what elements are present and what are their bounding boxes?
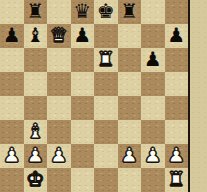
square-b8[interactable]: ♜ bbox=[24, 0, 48, 24]
square-f5[interactable] bbox=[118, 72, 142, 96]
square-d2[interactable] bbox=[71, 144, 95, 168]
square-a4[interactable] bbox=[0, 96, 24, 120]
black-pawn-a7[interactable]: ♟ bbox=[3, 23, 21, 47]
square-f2[interactable]: ♟ bbox=[118, 144, 142, 168]
square-f6[interactable] bbox=[118, 48, 142, 72]
square-e1[interactable] bbox=[94, 168, 118, 192]
square-d4[interactable] bbox=[71, 96, 95, 120]
square-c5[interactable] bbox=[47, 72, 71, 96]
square-a1[interactable] bbox=[0, 168, 24, 192]
black-pawn-g6[interactable]: ♟ bbox=[144, 47, 162, 71]
square-b3[interactable]: ♝ bbox=[24, 120, 48, 144]
white-bishop-b3[interactable]: ♝ bbox=[26, 119, 44, 143]
square-f8[interactable]: ♜ bbox=[118, 0, 142, 24]
square-h1[interactable]: ♜ bbox=[165, 168, 189, 192]
square-b2[interactable]: ♟ bbox=[24, 144, 48, 168]
square-h4[interactable] bbox=[165, 96, 189, 120]
square-h5[interactable] bbox=[165, 72, 189, 96]
black-queen-d8[interactable]: ♛ bbox=[73, 0, 91, 23]
square-c3[interactable] bbox=[47, 120, 71, 144]
square-e8[interactable]: ♚ bbox=[94, 0, 118, 24]
square-a3[interactable] bbox=[0, 120, 24, 144]
square-e6[interactable]: ♜ bbox=[94, 48, 118, 72]
square-b6[interactable] bbox=[24, 48, 48, 72]
white-queen-c7[interactable]: ♛ bbox=[50, 23, 68, 47]
black-king-e8[interactable]: ♚ bbox=[97, 0, 115, 23]
white-pawn-a2[interactable]: ♟ bbox=[3, 143, 21, 167]
square-a7[interactable]: ♟ bbox=[0, 24, 24, 48]
square-h3[interactable] bbox=[165, 120, 189, 144]
square-f4[interactable] bbox=[118, 96, 142, 120]
square-c4[interactable] bbox=[47, 96, 71, 120]
square-f3[interactable] bbox=[118, 120, 142, 144]
square-f7[interactable] bbox=[118, 24, 142, 48]
square-a6[interactable] bbox=[0, 48, 24, 72]
square-b1[interactable]: ♚ bbox=[24, 168, 48, 192]
black-pawn-h7[interactable]: ♟ bbox=[167, 23, 185, 47]
white-pawn-g2[interactable]: ♟ bbox=[144, 143, 162, 167]
square-a2[interactable]: ♟ bbox=[0, 144, 24, 168]
square-d7[interactable]: ♟ bbox=[71, 24, 95, 48]
square-h2[interactable]: ♟ bbox=[165, 144, 189, 168]
page-background bbox=[190, 0, 207, 192]
square-d6[interactable] bbox=[71, 48, 95, 72]
square-b4[interactable] bbox=[24, 96, 48, 120]
square-b5[interactable] bbox=[24, 72, 48, 96]
square-g2[interactable]: ♟ bbox=[141, 144, 165, 168]
square-h8[interactable] bbox=[165, 0, 189, 24]
square-e4[interactable] bbox=[94, 96, 118, 120]
white-rook-e6[interactable]: ♜ bbox=[97, 47, 115, 71]
square-c8[interactable] bbox=[47, 0, 71, 24]
square-c2[interactable]: ♟ bbox=[47, 144, 71, 168]
square-e3[interactable] bbox=[94, 120, 118, 144]
white-pawn-f2[interactable]: ♟ bbox=[120, 143, 138, 167]
white-pawn-h2[interactable]: ♟ bbox=[167, 143, 185, 167]
square-b7[interactable]: ♝ bbox=[24, 24, 48, 48]
black-bishop-b7[interactable]: ♝ bbox=[26, 23, 44, 47]
square-g1[interactable] bbox=[141, 168, 165, 192]
square-e5[interactable] bbox=[94, 72, 118, 96]
square-e7[interactable] bbox=[94, 24, 118, 48]
square-g7[interactable] bbox=[141, 24, 165, 48]
square-g4[interactable] bbox=[141, 96, 165, 120]
square-c7[interactable]: ♛ bbox=[47, 24, 71, 48]
square-a8[interactable] bbox=[0, 0, 24, 24]
square-c1[interactable] bbox=[47, 168, 71, 192]
square-d1[interactable] bbox=[71, 168, 95, 192]
white-king-b1[interactable]: ♚ bbox=[26, 167, 44, 191]
square-d3[interactable] bbox=[71, 120, 95, 144]
square-g8[interactable] bbox=[141, 0, 165, 24]
square-c6[interactable] bbox=[47, 48, 71, 72]
square-g5[interactable] bbox=[141, 72, 165, 96]
black-rook-f8[interactable]: ♜ bbox=[120, 0, 138, 23]
chess-board: ♜♛♚♜♟♝♛♟♟♜♟♝♟♟♟♟♟♟♚♜ bbox=[0, 0, 188, 192]
square-d5[interactable] bbox=[71, 72, 95, 96]
white-pawn-c2[interactable]: ♟ bbox=[50, 143, 68, 167]
square-g3[interactable] bbox=[141, 120, 165, 144]
square-d8[interactable]: ♛ bbox=[71, 0, 95, 24]
white-rook-h1[interactable]: ♜ bbox=[167, 167, 185, 191]
square-h7[interactable]: ♟ bbox=[165, 24, 189, 48]
black-rook-b8[interactable]: ♜ bbox=[26, 0, 44, 23]
white-pawn-b2[interactable]: ♟ bbox=[26, 143, 44, 167]
square-a5[interactable] bbox=[0, 72, 24, 96]
square-f1[interactable] bbox=[118, 168, 142, 192]
black-pawn-d7[interactable]: ♟ bbox=[73, 23, 91, 47]
square-e2[interactable] bbox=[94, 144, 118, 168]
square-h6[interactable] bbox=[165, 48, 189, 72]
square-g6[interactable]: ♟ bbox=[141, 48, 165, 72]
chessboard-screenshot: ♜♛♚♜♟♝♛♟♟♜♟♝♟♟♟♟♟♟♚♜ bbox=[0, 0, 207, 192]
